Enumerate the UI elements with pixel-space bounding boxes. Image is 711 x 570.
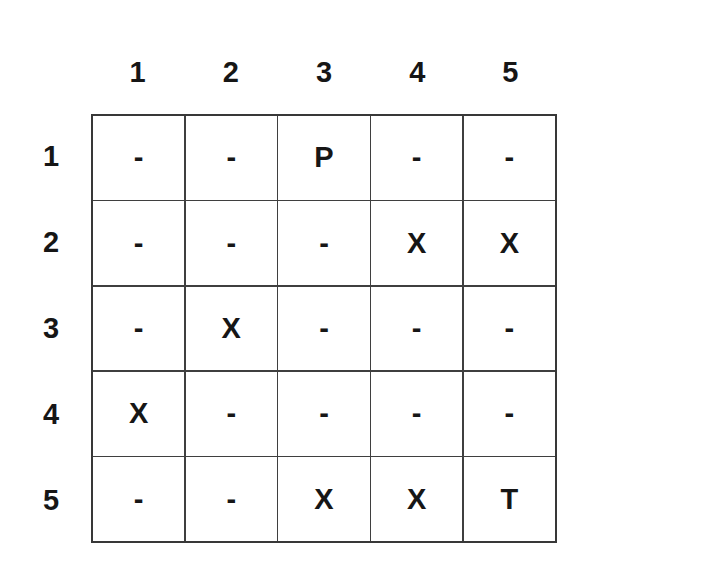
cell-r5-c3: X [278,457,369,541]
row-labels: 12345 [22,114,80,543]
cell-r3-c1: - [93,287,184,371]
empty-marker: - [319,314,329,343]
col-label-1: 1 [130,58,146,87]
obstacle-marker: X [407,229,426,258]
cell-r2-c4: X [371,201,462,285]
col-label-4: 4 [409,58,425,87]
cell-r2-c3: - [278,201,369,285]
cell-r4-c4: - [371,372,462,456]
empty-marker: - [134,314,144,343]
empty-marker: - [134,143,144,172]
cell-r1-c1: - [93,116,184,200]
row-label-5: 5 [43,486,59,515]
empty-marker: - [226,143,236,172]
empty-marker: - [505,399,515,428]
cell-r5-c4: X [371,457,462,541]
cell-r2-c2: - [186,201,277,285]
cell-r1-c4: - [371,116,462,200]
row-label-4: 4 [43,400,59,429]
row-label-1: 1 [43,142,59,171]
row-label-3: 3 [43,314,59,343]
obstacle-marker: X [500,229,519,258]
puzzle-page: 12345 12345 --P-----XX-X---X------XXT [0,0,711,570]
empty-marker: - [412,143,422,172]
puzzle-board: --P-----XX-X---X------XXT [91,114,557,543]
cell-r4-c5: - [464,372,555,456]
empty-marker: - [319,399,329,428]
cell-r3-c5: - [464,287,555,371]
cell-r1-c5: - [464,116,555,200]
empty-marker: - [226,229,236,258]
obstacle-marker: X [407,485,426,514]
cell-r4-c2: - [186,372,277,456]
empty-marker: - [412,314,422,343]
cell-r1-c3: P [278,116,369,200]
empty-marker: - [505,314,515,343]
cell-r4-c3: - [278,372,369,456]
obstacle-marker: X [222,314,241,343]
cell-r5-c1: - [93,457,184,541]
col-label-5: 5 [502,58,518,87]
empty-marker: - [134,229,144,258]
obstacle-marker: X [314,485,333,514]
cell-r5-c2: - [186,457,277,541]
empty-marker: - [505,143,515,172]
cell-r3-c4: - [371,287,462,371]
column-labels: 12345 [91,45,557,99]
col-label-2: 2 [223,58,239,87]
cell-r2-c1: - [93,201,184,285]
cell-r3-c2: X [186,287,277,371]
empty-marker: - [226,485,236,514]
empty-marker: - [412,399,422,428]
row-label-2: 2 [43,228,59,257]
col-label-3: 3 [316,58,332,87]
empty-marker: - [319,229,329,258]
target-marker: T [501,485,519,514]
obstacle-marker: X [129,399,148,428]
cell-r3-c3: - [278,287,369,371]
player-marker: P [314,143,333,172]
cell-r1-c2: - [186,116,277,200]
cell-r2-c5: X [464,201,555,285]
cell-r5-c5: T [464,457,555,541]
empty-marker: - [226,399,236,428]
empty-marker: - [134,485,144,514]
cell-r4-c1: X [93,372,184,456]
